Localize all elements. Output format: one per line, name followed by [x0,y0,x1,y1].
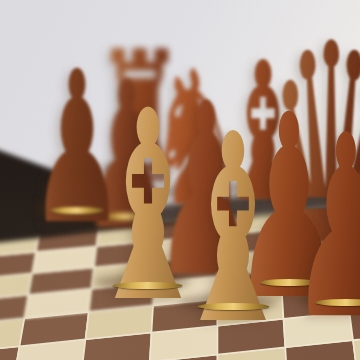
bishop-glyph: ♝ [170,100,296,360]
pieces-layer: ♜♞♝♟♟♛♟♝♟♟♝ [0,0,360,360]
brass-base-ring [197,303,269,310]
chess-photo-scene: ♜♞♝♟♟♛♟♝♟♟♝ [0,0,360,360]
piece-white-bishop[interactable]: ♝ [116,100,349,360]
